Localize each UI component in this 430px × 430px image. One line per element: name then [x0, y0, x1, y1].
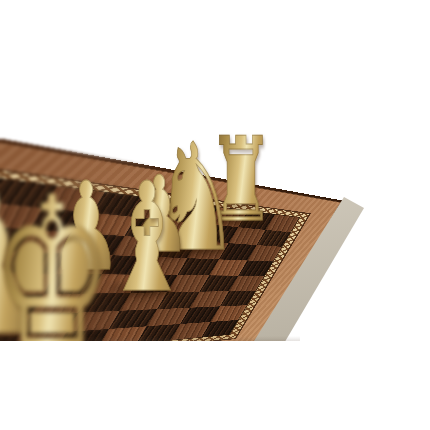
product-photo: ♟ ♟ ♟ ♝ ♞ ♜ ♚ [0, 0, 430, 430]
piece-gold-king: ♚ [0, 170, 145, 341]
king-glyph: ♚ [0, 170, 114, 341]
pieces-layer: ♟ ♟ ♟ ♝ ♞ ♜ ♚ [0, 0, 430, 341]
photo-crop: ♟ ♟ ♟ ♝ ♞ ♜ ♚ [0, 0, 430, 341]
